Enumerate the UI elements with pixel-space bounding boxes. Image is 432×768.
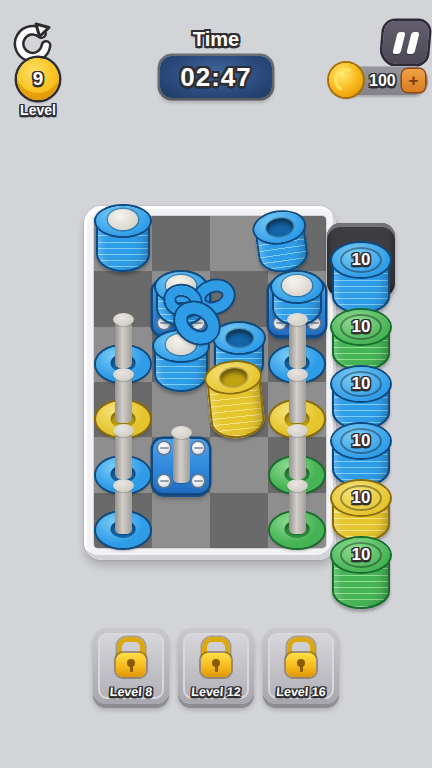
coin-icon (329, 63, 363, 97)
time-header: Time (0, 28, 432, 51)
level-button-level-12[interactable]: Level 12 (178, 628, 254, 704)
side-stack-2-green[interactable]: 10 (332, 310, 390, 373)
lock-body (116, 653, 146, 677)
stack-top: 10 (332, 310, 390, 344)
board-cell-r1c2 (152, 216, 210, 271)
plate-screw (192, 475, 204, 487)
peg-cap (113, 479, 134, 492)
level-label: Level (7, 102, 69, 118)
board-cell-r5c3 (210, 437, 268, 492)
board-cell-r6c2 (152, 493, 210, 548)
stack-hole (226, 329, 253, 347)
screw-slot (194, 447, 203, 449)
peg-cap (287, 368, 308, 381)
peg-cap (287, 424, 308, 437)
stack-count-label: 10 (352, 250, 371, 270)
side-stack-4-blue[interactable]: 10 (332, 424, 390, 489)
pause-icon (392, 32, 405, 54)
stack-top: 10 (332, 424, 390, 458)
bolt-cap (282, 275, 312, 296)
level-button-label: Level 12 (178, 685, 255, 699)
peg-post (289, 431, 306, 479)
stack-top: 10 (332, 367, 390, 401)
pause-button[interactable] (381, 21, 430, 64)
level-button-level-16[interactable]: Level 16 (263, 628, 339, 704)
level-button-label: Level 8 (93, 685, 170, 699)
stack-count-label: 10 (352, 374, 371, 394)
lock-keyhole (297, 659, 305, 667)
peg-post (289, 320, 306, 368)
timer-display: 02:47 (160, 56, 272, 98)
level-number: 9 (17, 58, 59, 100)
peg-cap (171, 426, 192, 439)
plate-screw (158, 475, 170, 487)
stack-count-label: 10 (352, 317, 371, 337)
lock-body (286, 653, 316, 677)
stack-blue[interactable] (252, 209, 310, 276)
peg-cap (287, 313, 308, 326)
peg-cap (113, 368, 134, 381)
level-button-label: Level 16 (263, 685, 340, 699)
lock-keyhole (127, 659, 135, 667)
stack-top (214, 323, 264, 353)
game-screen: 9 Level Time 02:47 100 + 101010101010 Le… (0, 0, 432, 768)
peg-cap (113, 424, 134, 437)
peg-post (115, 486, 132, 534)
stack-yellow[interactable] (205, 360, 267, 442)
peg-post (173, 433, 190, 483)
board-cell-r6c3 (210, 493, 268, 548)
peg-cap (113, 313, 134, 326)
bolt-blue[interactable] (96, 206, 150, 273)
plate-screw (192, 442, 204, 454)
peg-post (115, 320, 132, 368)
lock-icon (286, 637, 316, 677)
stack-top: 10 (332, 538, 390, 572)
level-button-level-8[interactable]: Level 8 (93, 628, 169, 704)
peg-post (289, 486, 306, 534)
add-coins-button[interactable]: + (402, 69, 425, 92)
level-shortcuts: Level 8Level 12Level 16 (0, 628, 432, 704)
level-badge: 9 Level (7, 58, 69, 118)
stack-top: 10 (332, 243, 390, 277)
stack-hole (219, 367, 248, 388)
stack-hole (265, 217, 294, 239)
screw-slot (160, 480, 169, 482)
stack-count-label: 10 (352, 431, 371, 451)
screw-slot (160, 447, 169, 449)
lock-body (201, 653, 231, 677)
lock-keyhole (212, 659, 220, 667)
lock-icon (201, 637, 231, 677)
peg-cap (287, 479, 308, 492)
stack-top: 10 (332, 481, 390, 515)
side-stack-5-yellow[interactable]: 10 (332, 481, 390, 544)
side-stack-1-blue[interactable]: 10 (332, 243, 390, 316)
screw-slot (194, 480, 203, 482)
lock-icon (116, 637, 146, 677)
timer-value: 02:47 (180, 62, 252, 93)
stack-count-label: 10 (352, 488, 371, 508)
peg-post (289, 375, 306, 423)
coin-amount: 100 (369, 72, 396, 90)
side-stack-6-green[interactable]: 10 (332, 538, 390, 611)
stack-count-label: 10 (352, 545, 371, 565)
time-label: Time (193, 28, 239, 51)
coin-counter: 100 + (337, 66, 428, 95)
side-stack-3-blue[interactable]: 10 (332, 367, 390, 432)
peg-post (115, 431, 132, 479)
peg-post (115, 375, 132, 423)
plate-screw (158, 442, 170, 454)
bolt-cap (108, 209, 138, 230)
